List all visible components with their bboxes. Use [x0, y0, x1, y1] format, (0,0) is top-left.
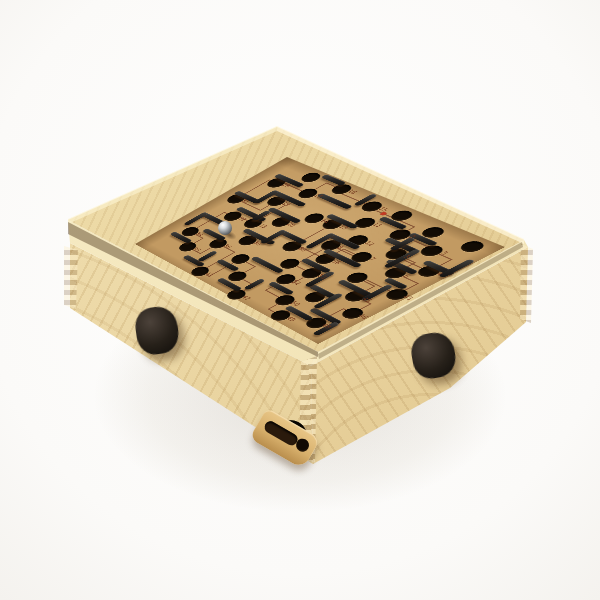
product-photo-labyrinth-game: 2345678111213141516171819203132333435363… — [0, 0, 600, 600]
tray-slot — [262, 419, 299, 447]
steel-ball — [218, 221, 232, 235]
